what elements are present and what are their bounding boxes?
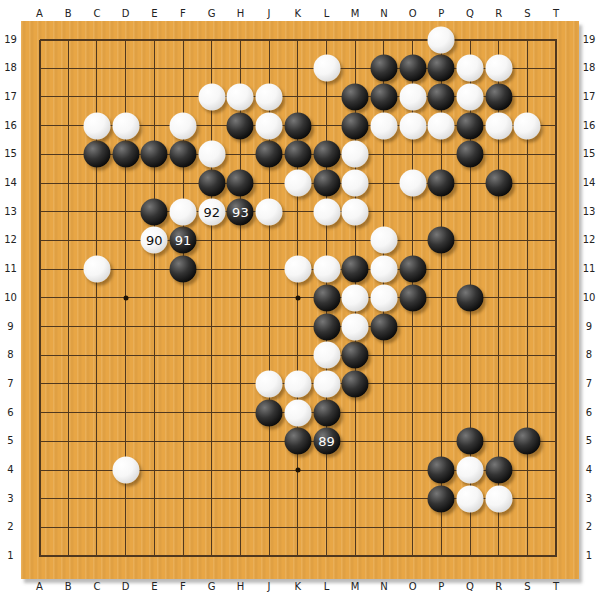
- column-label-top: J: [268, 9, 271, 19]
- row-label-right: 17: [583, 92, 596, 102]
- row-label-left: 10: [4, 293, 17, 303]
- white-stone: [256, 198, 283, 225]
- move-number-label: 91: [175, 234, 192, 247]
- black-stone: [428, 227, 455, 254]
- row-label-left: 15: [4, 149, 17, 159]
- white-stone: 92: [198, 198, 225, 225]
- star-point: [295, 295, 300, 300]
- black-stone: [342, 112, 369, 139]
- row-label-right: 10: [583, 293, 596, 303]
- row-label-right: 3: [586, 494, 592, 504]
- black-stone: [284, 428, 311, 455]
- go-diagram: AABBCCDDEEFFGGHHJJKKLLMMNNOOPPQQRRSSTT19…: [0, 0, 600, 600]
- black-stone: [342, 370, 369, 397]
- grid-line-vertical: [68, 40, 69, 558]
- row-label-right: 2: [586, 522, 592, 532]
- black-stone: [141, 198, 168, 225]
- black-stone: [485, 170, 512, 197]
- column-label-bottom: J: [268, 582, 271, 592]
- row-label-right: 6: [586, 408, 592, 418]
- white-stone: [313, 370, 340, 397]
- column-label-bottom: P: [438, 582, 444, 592]
- black-stone: [256, 141, 283, 168]
- white-stone: [399, 83, 426, 110]
- black-stone: [112, 141, 139, 168]
- row-label-left: 9: [7, 322, 13, 332]
- black-stone: [313, 141, 340, 168]
- column-label-bottom: F: [180, 582, 186, 592]
- star-point: [123, 295, 128, 300]
- row-label-right: 4: [586, 465, 592, 475]
- row-label-right: 14: [583, 178, 596, 188]
- white-stone: [370, 284, 397, 311]
- row-label-right: 11: [583, 264, 596, 274]
- column-label-bottom: Q: [466, 582, 474, 592]
- move-number-label: 89: [318, 435, 335, 448]
- black-stone: 93: [227, 198, 254, 225]
- white-stone: [342, 313, 369, 340]
- column-label-bottom: M: [351, 582, 360, 592]
- row-label-right: 12: [583, 235, 596, 245]
- black-stone: [284, 112, 311, 139]
- move-number-label: 90: [146, 234, 163, 247]
- white-stone: [256, 370, 283, 397]
- white-stone: [457, 485, 484, 512]
- white-stone: [284, 399, 311, 426]
- column-label-top: Q: [466, 9, 474, 19]
- row-label-left: 5: [7, 436, 13, 446]
- white-stone: [485, 55, 512, 82]
- black-stone: [514, 428, 541, 455]
- black-stone: [313, 313, 340, 340]
- white-stone: [83, 112, 110, 139]
- column-label-top: F: [180, 9, 186, 19]
- grid-line-vertical: [39, 40, 41, 558]
- white-stone: [170, 198, 197, 225]
- white-stone: [370, 256, 397, 283]
- row-label-right: 1: [586, 551, 592, 561]
- black-stone: [227, 112, 254, 139]
- white-stone: [342, 170, 369, 197]
- black-stone: [83, 141, 110, 168]
- black-stone: [428, 457, 455, 484]
- row-label-right: 19: [583, 35, 596, 45]
- black-stone: 89: [313, 428, 340, 455]
- black-stone: [313, 399, 340, 426]
- white-stone: [342, 284, 369, 311]
- row-label-right: 8: [586, 350, 592, 360]
- row-label-left: 18: [4, 63, 17, 73]
- row-label-left: 4: [7, 465, 13, 475]
- move-number-label: 93: [232, 205, 249, 218]
- white-stone: [112, 112, 139, 139]
- column-label-top: P: [438, 9, 444, 19]
- column-label-top: N: [380, 9, 387, 19]
- black-stone: [141, 141, 168, 168]
- white-stone: [457, 55, 484, 82]
- grid-line-horizontal: [40, 240, 558, 241]
- black-stone: [457, 112, 484, 139]
- column-label-bottom: T: [553, 582, 559, 592]
- row-label-left: 3: [7, 494, 13, 504]
- row-label-left: 1: [7, 551, 13, 561]
- white-stone: [485, 112, 512, 139]
- black-stone: [457, 284, 484, 311]
- black-stone: [256, 399, 283, 426]
- row-label-left: 2: [7, 522, 13, 532]
- grid-line-horizontal: [40, 326, 558, 327]
- row-label-left: 16: [4, 121, 17, 131]
- white-stone: [370, 227, 397, 254]
- white-stone: [198, 83, 225, 110]
- row-label-right: 13: [583, 207, 596, 217]
- row-label-right: 15: [583, 149, 596, 159]
- black-stone: [399, 55, 426, 82]
- column-label-bottom: K: [295, 582, 302, 592]
- column-label-top: R: [495, 9, 502, 19]
- column-label-bottom: D: [122, 582, 130, 592]
- white-stone: [256, 112, 283, 139]
- white-stone: [370, 112, 397, 139]
- column-label-top: H: [237, 9, 245, 19]
- white-stone: [313, 256, 340, 283]
- column-label-bottom: G: [208, 582, 216, 592]
- column-label-top: E: [151, 9, 157, 19]
- white-stone: [313, 55, 340, 82]
- white-stone: [428, 26, 455, 53]
- row-label-right: 5: [586, 436, 592, 446]
- white-stone: [313, 198, 340, 225]
- row-label-left: 17: [4, 92, 17, 102]
- white-stone: [112, 457, 139, 484]
- black-stone: [227, 170, 254, 197]
- black-stone: [428, 485, 455, 512]
- black-stone: [485, 457, 512, 484]
- black-stone: [370, 55, 397, 82]
- row-label-left: 11: [4, 264, 17, 274]
- row-label-right: 18: [583, 63, 596, 73]
- white-stone: [342, 198, 369, 225]
- row-label-left: 7: [7, 379, 13, 389]
- column-label-top: A: [36, 9, 43, 19]
- white-stone: [514, 112, 541, 139]
- grid-line-horizontal: [40, 555, 558, 557]
- grid-line-vertical: [555, 40, 557, 558]
- column-label-bottom: O: [409, 582, 417, 592]
- black-stone: [198, 170, 225, 197]
- black-stone: [485, 83, 512, 110]
- grid-line-vertical: [211, 40, 212, 558]
- column-label-bottom: R: [495, 582, 502, 592]
- white-stone: [198, 141, 225, 168]
- black-stone: [370, 83, 397, 110]
- column-label-top: M: [351, 9, 360, 19]
- grid-line-horizontal: [40, 39, 558, 41]
- row-label-right: 9: [586, 322, 592, 332]
- column-label-bottom: S: [524, 582, 530, 592]
- column-label-bottom: L: [324, 582, 330, 592]
- column-label-bottom: B: [65, 582, 72, 592]
- move-number-label: 92: [203, 205, 220, 218]
- grid-line-horizontal: [40, 211, 558, 212]
- black-stone: [457, 141, 484, 168]
- white-stone: [485, 485, 512, 512]
- black-stone: [428, 170, 455, 197]
- column-label-top: G: [208, 9, 216, 19]
- row-label-left: 8: [7, 350, 13, 360]
- white-stone: [457, 457, 484, 484]
- column-label-top: O: [409, 9, 417, 19]
- column-label-top: D: [122, 9, 130, 19]
- column-label-top: S: [524, 9, 530, 19]
- row-label-left: 6: [7, 408, 13, 418]
- black-stone: [342, 256, 369, 283]
- row-label-left: 13: [4, 207, 17, 217]
- column-label-bottom: N: [380, 582, 387, 592]
- white-stone: [399, 170, 426, 197]
- white-stone: [284, 370, 311, 397]
- black-stone: [428, 55, 455, 82]
- row-label-left: 14: [4, 178, 17, 188]
- white-stone: [170, 112, 197, 139]
- column-label-bottom: A: [36, 582, 43, 592]
- row-label-left: 19: [4, 35, 17, 45]
- column-label-top: C: [93, 9, 100, 19]
- black-stone: [284, 141, 311, 168]
- column-label-bottom: H: [237, 582, 245, 592]
- column-label-top: L: [324, 9, 330, 19]
- black-stone: [428, 83, 455, 110]
- black-stone: 91: [170, 227, 197, 254]
- black-stone: [342, 83, 369, 110]
- black-stone: [399, 284, 426, 311]
- column-label-top: B: [65, 9, 72, 19]
- white-stone: 90: [141, 227, 168, 254]
- column-label-bottom: E: [151, 582, 157, 592]
- white-stone: [256, 83, 283, 110]
- black-stone: [370, 313, 397, 340]
- column-label-top: T: [553, 9, 559, 19]
- row-label-right: 16: [583, 121, 596, 131]
- star-point: [295, 468, 300, 473]
- black-stone: [170, 141, 197, 168]
- white-stone: [342, 141, 369, 168]
- white-stone: [284, 170, 311, 197]
- white-stone: [227, 83, 254, 110]
- white-stone: [313, 342, 340, 369]
- white-stone: [457, 83, 484, 110]
- row-label-left: 12: [4, 235, 17, 245]
- black-stone: [313, 170, 340, 197]
- grid-line-horizontal: [40, 355, 558, 356]
- white-stone: [284, 256, 311, 283]
- white-stone: [399, 112, 426, 139]
- white-stone: [428, 112, 455, 139]
- column-label-bottom: C: [93, 582, 100, 592]
- black-stone: [457, 428, 484, 455]
- white-stone: [83, 256, 110, 283]
- black-stone: [170, 256, 197, 283]
- grid-line-horizontal: [40, 527, 558, 528]
- black-stone: [342, 342, 369, 369]
- column-label-top: K: [295, 9, 302, 19]
- grid-line-vertical: [154, 40, 155, 558]
- row-label-right: 7: [586, 379, 592, 389]
- black-stone: [313, 284, 340, 311]
- black-stone: [399, 256, 426, 283]
